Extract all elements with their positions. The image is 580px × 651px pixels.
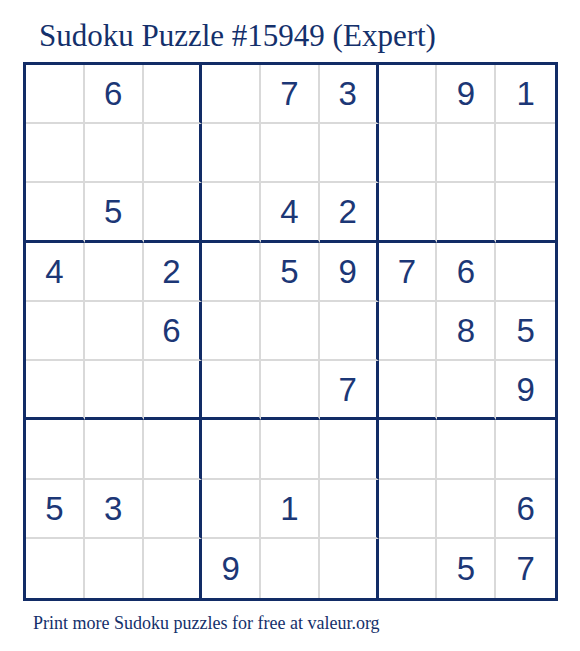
cell-r2c4 [202, 124, 261, 183]
cell-r3c6: 2 [320, 183, 379, 242]
cell-r2c5 [261, 124, 320, 183]
cell-r6c8 [437, 361, 496, 420]
cell-r3c2: 5 [85, 183, 144, 242]
cell-r8c7 [379, 480, 438, 539]
cell-r5c2 [85, 302, 144, 361]
footer-text: Print more Sudoku puzzles for free at va… [33, 613, 380, 634]
cell-r4c1: 4 [26, 243, 85, 302]
cell-r8c6 [320, 480, 379, 539]
cell-r5c4 [202, 302, 261, 361]
cell-r6c9: 9 [496, 361, 555, 420]
cell-r3c4 [202, 183, 261, 242]
cell-r9c9: 7 [496, 539, 555, 598]
cell-r7c9 [496, 420, 555, 479]
sudoku-page: Sudoku Puzzle #15949 (Expert) 6739154242… [0, 0, 580, 651]
cell-r6c7 [379, 361, 438, 420]
cell-r7c5 [261, 420, 320, 479]
cell-r1c4 [202, 65, 261, 124]
cell-r5c5 [261, 302, 320, 361]
cell-r5c6 [320, 302, 379, 361]
cell-r2c3 [144, 124, 203, 183]
cell-r5c8: 8 [437, 302, 496, 361]
cell-r9c8: 5 [437, 539, 496, 598]
cell-r1c1 [26, 65, 85, 124]
cell-r8c4 [202, 480, 261, 539]
cell-r3c5: 4 [261, 183, 320, 242]
cell-r7c3 [144, 420, 203, 479]
cell-r3c1 [26, 183, 85, 242]
cell-r3c7 [379, 183, 438, 242]
cell-r2c8 [437, 124, 496, 183]
cell-r9c3 [144, 539, 203, 598]
cell-r8c5: 1 [261, 480, 320, 539]
cell-r2c7 [379, 124, 438, 183]
cell-r1c2: 6 [85, 65, 144, 124]
cell-r4c8: 6 [437, 243, 496, 302]
cell-r7c8 [437, 420, 496, 479]
cell-r9c2 [85, 539, 144, 598]
cell-r6c1 [26, 361, 85, 420]
cell-r3c3 [144, 183, 203, 242]
cell-r8c2: 3 [85, 480, 144, 539]
cell-r1c5: 7 [261, 65, 320, 124]
cell-r3c8 [437, 183, 496, 242]
cell-r1c6: 3 [320, 65, 379, 124]
page-title: Sudoku Puzzle #15949 (Expert) [39, 18, 436, 54]
cell-r2c2 [85, 124, 144, 183]
cell-r7c2 [85, 420, 144, 479]
cell-r7c6 [320, 420, 379, 479]
cell-r9c4: 9 [202, 539, 261, 598]
cell-r4c4 [202, 243, 261, 302]
cell-r5c7 [379, 302, 438, 361]
cell-r4c7: 7 [379, 243, 438, 302]
cell-r4c6: 9 [320, 243, 379, 302]
cell-r4c5: 5 [261, 243, 320, 302]
cell-r9c7 [379, 539, 438, 598]
cell-r4c2 [85, 243, 144, 302]
cell-r4c9 [496, 243, 555, 302]
cell-r9c5 [261, 539, 320, 598]
cell-r6c6: 7 [320, 361, 379, 420]
cell-r5c1 [26, 302, 85, 361]
cell-r7c1 [26, 420, 85, 479]
cell-r1c3 [144, 65, 203, 124]
cell-r6c2 [85, 361, 144, 420]
cell-r1c9: 1 [496, 65, 555, 124]
cell-r8c8 [437, 480, 496, 539]
cell-r6c5 [261, 361, 320, 420]
cell-r2c6 [320, 124, 379, 183]
cell-r9c1 [26, 539, 85, 598]
cell-r9c6 [320, 539, 379, 598]
cell-r5c9: 5 [496, 302, 555, 361]
cell-r6c4 [202, 361, 261, 420]
cell-r7c4 [202, 420, 261, 479]
cell-r8c3 [144, 480, 203, 539]
cell-r2c9 [496, 124, 555, 183]
cell-r1c8: 9 [437, 65, 496, 124]
cell-r2c1 [26, 124, 85, 183]
sudoku-board: 67391542425976685795316957 [23, 62, 558, 601]
cell-r8c1: 5 [26, 480, 85, 539]
cell-r3c9 [496, 183, 555, 242]
cell-r1c7 [379, 65, 438, 124]
cell-r5c3: 6 [144, 302, 203, 361]
cell-r8c9: 6 [496, 480, 555, 539]
cell-r4c3: 2 [144, 243, 203, 302]
cell-r7c7 [379, 420, 438, 479]
cell-r6c3 [144, 361, 203, 420]
